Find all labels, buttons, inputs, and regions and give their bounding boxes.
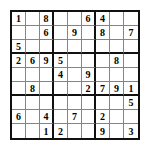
sudoku-cell[interactable] xyxy=(68,124,82,138)
sudoku-cell[interactable] xyxy=(26,26,40,40)
sudoku-page: 186469875269584982791564721293 xyxy=(0,0,150,150)
sudoku-cell[interactable] xyxy=(54,26,68,40)
sudoku-cell[interactable] xyxy=(96,96,110,110)
sudoku-cell[interactable] xyxy=(68,40,82,54)
sudoku-cell[interactable] xyxy=(82,110,96,124)
sudoku-cell[interactable] xyxy=(40,68,54,82)
sudoku-board: 186469875269584982791564721293 xyxy=(10,10,140,140)
sudoku-cell[interactable] xyxy=(26,40,40,54)
sudoku-cell[interactable] xyxy=(96,40,110,54)
sudoku-cell[interactable] xyxy=(96,54,110,68)
sudoku-cell[interactable]: 6 xyxy=(82,12,96,26)
sudoku-cell[interactable]: 8 xyxy=(26,82,40,96)
sudoku-cell[interactable]: 6 xyxy=(26,54,40,68)
sudoku-cell[interactable]: 4 xyxy=(40,110,54,124)
sudoku-cell[interactable]: 7 xyxy=(96,82,110,96)
sudoku-cell[interactable] xyxy=(54,82,68,96)
sudoku-cell[interactable] xyxy=(110,68,124,82)
sudoku-cell[interactable] xyxy=(124,110,138,124)
sudoku-cell[interactable]: 9 xyxy=(110,82,124,96)
sudoku-cell[interactable] xyxy=(82,54,96,68)
sudoku-cell[interactable]: 5 xyxy=(124,96,138,110)
sudoku-cell[interactable]: 1 xyxy=(12,12,26,26)
sudoku-cell[interactable] xyxy=(110,26,124,40)
sudoku-cell[interactable] xyxy=(12,124,26,138)
sudoku-cell[interactable] xyxy=(110,124,124,138)
sudoku-cell[interactable]: 9 xyxy=(82,68,96,82)
sudoku-cell[interactable] xyxy=(82,124,96,138)
sudoku-cell[interactable] xyxy=(82,96,96,110)
sudoku-cell[interactable] xyxy=(40,40,54,54)
sudoku-cell[interactable] xyxy=(26,12,40,26)
sudoku-cell[interactable] xyxy=(82,26,96,40)
sudoku-cell[interactable] xyxy=(40,96,54,110)
sudoku-cell[interactable] xyxy=(54,40,68,54)
sudoku-cell[interactable]: 7 xyxy=(124,26,138,40)
sudoku-cell[interactable] xyxy=(124,40,138,54)
sudoku-cell[interactable] xyxy=(124,54,138,68)
sudoku-cell[interactable] xyxy=(12,96,26,110)
sudoku-cell[interactable]: 8 xyxy=(96,26,110,40)
sudoku-cell[interactable]: 4 xyxy=(96,12,110,26)
sudoku-cell[interactable]: 6 xyxy=(12,110,26,124)
sudoku-cell[interactable] xyxy=(110,40,124,54)
sudoku-cell[interactable] xyxy=(40,82,54,96)
sudoku-cell[interactable] xyxy=(12,26,26,40)
sudoku-cell[interactable]: 5 xyxy=(54,54,68,68)
sudoku-cell[interactable]: 2 xyxy=(82,82,96,96)
sudoku-cell[interactable]: 1 xyxy=(124,82,138,96)
sudoku-cell[interactable]: 9 xyxy=(96,124,110,138)
sudoku-cell[interactable] xyxy=(110,110,124,124)
sudoku-cell[interactable]: 8 xyxy=(40,12,54,26)
sudoku-cell[interactable] xyxy=(26,96,40,110)
sudoku-cell[interactable] xyxy=(54,12,68,26)
sudoku-cell[interactable] xyxy=(68,96,82,110)
sudoku-cell[interactable] xyxy=(12,82,26,96)
sudoku-cell[interactable]: 7 xyxy=(68,110,82,124)
sudoku-cell[interactable]: 5 xyxy=(12,40,26,54)
sudoku-cell[interactable] xyxy=(54,96,68,110)
sudoku-cell[interactable] xyxy=(68,82,82,96)
sudoku-cell[interactable] xyxy=(26,124,40,138)
sudoku-cell[interactable]: 6 xyxy=(40,26,54,40)
sudoku-cell[interactable] xyxy=(96,68,110,82)
sudoku-cell[interactable] xyxy=(54,110,68,124)
sudoku-cell[interactable]: 2 xyxy=(54,124,68,138)
sudoku-cell[interactable] xyxy=(12,68,26,82)
sudoku-cell[interactable]: 3 xyxy=(124,124,138,138)
sudoku-cell[interactable]: 9 xyxy=(40,54,54,68)
sudoku-cell[interactable] xyxy=(82,40,96,54)
sudoku-cell[interactable] xyxy=(68,68,82,82)
sudoku-cell[interactable]: 2 xyxy=(96,110,110,124)
sudoku-cell[interactable]: 9 xyxy=(68,26,82,40)
sudoku-cell[interactable]: 1 xyxy=(40,124,54,138)
sudoku-cell[interactable] xyxy=(110,12,124,26)
sudoku-cell[interactable]: 4 xyxy=(54,68,68,82)
sudoku-cell[interactable]: 8 xyxy=(110,54,124,68)
sudoku-cell[interactable] xyxy=(124,12,138,26)
sudoku-cell[interactable] xyxy=(68,12,82,26)
sudoku-cell[interactable] xyxy=(26,110,40,124)
sudoku-cell[interactable]: 2 xyxy=(12,54,26,68)
sudoku-cell[interactable] xyxy=(68,54,82,68)
sudoku-cell[interactable] xyxy=(124,68,138,82)
sudoku-cell[interactable] xyxy=(26,68,40,82)
sudoku-cell[interactable] xyxy=(110,96,124,110)
